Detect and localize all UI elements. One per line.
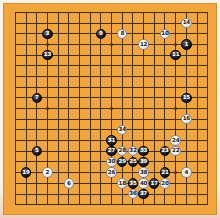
board-point[interactable] [138, 7, 149, 18]
board-point[interactable] [21, 146, 32, 157]
board-point[interactable] [106, 93, 117, 104]
board-point[interactable] [106, 7, 117, 18]
board-point[interactable] [170, 60, 181, 71]
board-point[interactable] [96, 114, 107, 125]
board-point[interactable] [74, 157, 85, 168]
board-point[interactable] [117, 82, 128, 93]
board-point[interactable] [202, 28, 213, 39]
board-point[interactable] [96, 103, 107, 114]
board-point[interactable] [96, 71, 107, 82]
board-point[interactable] [202, 199, 213, 210]
board-point[interactable] [21, 189, 32, 200]
board-point[interactable] [128, 103, 139, 114]
board-point[interactable] [202, 157, 213, 168]
board-point[interactable] [160, 82, 171, 93]
board-point[interactable]: 20 [160, 178, 171, 189]
board-point[interactable] [85, 93, 96, 104]
board-point[interactable]: 29 [117, 157, 128, 168]
board-point[interactable] [149, 157, 160, 168]
board-point[interactable] [106, 50, 117, 61]
board-point[interactable]: 3 [42, 28, 53, 39]
board-point[interactable] [117, 18, 128, 29]
board-point[interactable]: 33 [138, 146, 149, 157]
board-point[interactable] [170, 7, 181, 18]
board-point[interactable] [74, 71, 85, 82]
board-point[interactable] [85, 167, 96, 178]
board-point[interactable] [21, 178, 32, 189]
board-point[interactable] [192, 199, 203, 210]
board-point[interactable] [53, 146, 64, 157]
board-point[interactable] [181, 82, 192, 93]
board-point[interactable] [63, 146, 74, 157]
board-point[interactable] [192, 7, 203, 18]
board-point[interactable] [170, 103, 181, 114]
board-point[interactable] [63, 157, 74, 168]
board-point[interactable] [42, 199, 53, 210]
board-point[interactable] [149, 39, 160, 50]
board-point[interactable]: 27 [106, 146, 117, 157]
board-point[interactable] [53, 114, 64, 125]
board-point[interactable] [53, 135, 64, 146]
board-point[interactable] [192, 189, 203, 200]
board-point[interactable]: 21 [160, 167, 171, 178]
board-point[interactable] [96, 125, 107, 136]
board-point[interactable] [149, 146, 160, 157]
board-point[interactable] [138, 103, 149, 114]
board-point[interactable] [53, 18, 64, 29]
board-point[interactable]: 14 [181, 18, 192, 29]
board-point[interactable]: 16 [181, 114, 192, 125]
board-point[interactable] [106, 189, 117, 200]
board-point[interactable] [53, 39, 64, 50]
board-point[interactable] [160, 93, 171, 104]
board-point[interactable] [117, 135, 128, 146]
board-point[interactable] [106, 18, 117, 29]
board-point[interactable] [21, 39, 32, 50]
board-point[interactable] [42, 103, 53, 114]
board-point[interactable] [74, 125, 85, 136]
board-point[interactable] [170, 39, 181, 50]
board-point[interactable] [192, 28, 203, 39]
board-point[interactable] [170, 93, 181, 104]
board-point[interactable] [149, 125, 160, 136]
board-point[interactable] [106, 103, 117, 114]
board-point[interactable] [202, 114, 213, 125]
board-point[interactable] [96, 60, 107, 71]
board-point[interactable] [96, 189, 107, 200]
board-point[interactable] [85, 114, 96, 125]
board-point[interactable] [106, 82, 117, 93]
board-point[interactable] [31, 82, 42, 93]
board-point[interactable] [85, 146, 96, 157]
board-point[interactable] [21, 18, 32, 29]
board-point[interactable] [10, 28, 21, 39]
board-point[interactable] [42, 135, 53, 146]
board-point[interactable] [85, 18, 96, 29]
board-point[interactable] [170, 71, 181, 82]
board-point[interactable] [138, 28, 149, 39]
board-point[interactable] [181, 7, 192, 18]
board-point[interactable] [31, 7, 42, 18]
board-point[interactable] [192, 71, 203, 82]
board-point[interactable] [128, 199, 139, 210]
board-point[interactable] [63, 167, 74, 178]
board-point[interactable] [74, 7, 85, 18]
board-point[interactable] [31, 39, 42, 50]
board-point[interactable] [160, 18, 171, 29]
board-point[interactable] [106, 60, 117, 71]
board-point[interactable] [117, 189, 128, 200]
board-point[interactable]: 19 [21, 167, 32, 178]
board-point[interactable]: 31 [106, 135, 117, 146]
board-point[interactable] [192, 50, 203, 61]
board-point[interactable] [106, 125, 117, 136]
board-point[interactable] [63, 82, 74, 93]
board-point[interactable] [128, 93, 139, 104]
board-point[interactable] [74, 82, 85, 93]
board-point[interactable] [181, 71, 192, 82]
board-point[interactable] [128, 39, 139, 50]
board-point[interactable] [160, 114, 171, 125]
board-point[interactable] [53, 71, 64, 82]
board-point[interactable] [96, 178, 107, 189]
board-point[interactable] [149, 60, 160, 71]
board-point[interactable] [181, 125, 192, 136]
board-point[interactable] [128, 71, 139, 82]
board-point[interactable]: 5 [31, 146, 42, 157]
board-point[interactable] [96, 50, 107, 61]
board-point[interactable] [117, 60, 128, 71]
board-point[interactable] [42, 157, 53, 168]
board-point[interactable] [10, 93, 21, 104]
board-point[interactable] [21, 199, 32, 210]
board-point[interactable] [181, 178, 192, 189]
board-point[interactable] [192, 93, 203, 104]
board-point[interactable] [85, 178, 96, 189]
board-point[interactable] [63, 71, 74, 82]
board-point[interactable] [170, 28, 181, 39]
board-point[interactable]: 9 [96, 28, 107, 39]
board-point[interactable] [53, 167, 64, 178]
board-point[interactable] [149, 135, 160, 146]
board-point[interactable] [74, 60, 85, 71]
board-point[interactable] [21, 60, 32, 71]
board-point[interactable] [170, 189, 181, 200]
board-point[interactable] [192, 157, 203, 168]
board-point[interactable] [10, 18, 21, 29]
board-point[interactable] [128, 28, 139, 39]
board-point[interactable] [63, 103, 74, 114]
board-point[interactable] [128, 125, 139, 136]
board-point[interactable] [202, 178, 213, 189]
board-point[interactable] [10, 146, 21, 157]
board-point[interactable] [10, 189, 21, 200]
board-point[interactable]: 13 [42, 50, 53, 61]
board-point[interactable] [202, 39, 213, 50]
board-point[interactable] [96, 39, 107, 50]
board-point[interactable] [181, 189, 192, 200]
board-point[interactable] [10, 125, 21, 136]
board-point[interactable] [181, 135, 192, 146]
board-point[interactable]: 17 [149, 178, 160, 189]
board-point[interactable] [63, 125, 74, 136]
board-point[interactable] [160, 135, 171, 146]
board-point[interactable] [42, 82, 53, 93]
board-point[interactable]: 38 [138, 167, 149, 178]
board-point[interactable] [74, 189, 85, 200]
board-point[interactable]: 28 [117, 146, 128, 157]
board-point[interactable] [74, 18, 85, 29]
board-point[interactable] [74, 50, 85, 61]
board-point[interactable] [160, 7, 171, 18]
board-point[interactable] [53, 50, 64, 61]
board-point[interactable] [192, 103, 203, 114]
board-point[interactable]: 18 [117, 178, 128, 189]
board-point[interactable] [128, 135, 139, 146]
board-point[interactable] [63, 135, 74, 146]
board-point[interactable] [128, 18, 139, 29]
board-point[interactable] [202, 146, 213, 157]
board-point[interactable] [160, 125, 171, 136]
board-point[interactable] [181, 199, 192, 210]
board-point[interactable] [149, 71, 160, 82]
board-point[interactable] [31, 135, 42, 146]
board-point[interactable] [106, 71, 117, 82]
board-point[interactable] [31, 50, 42, 61]
board-point[interactable] [21, 125, 32, 136]
board-point[interactable] [96, 199, 107, 210]
board-point[interactable]: 26 [106, 167, 117, 178]
board-point[interactable] [192, 178, 203, 189]
board-point[interactable] [85, 135, 96, 146]
board-point[interactable] [53, 157, 64, 168]
board-point[interactable] [202, 103, 213, 114]
board-point[interactable] [31, 199, 42, 210]
board-point[interactable] [74, 135, 85, 146]
board-point[interactable]: 40 [138, 178, 149, 189]
board-point[interactable] [160, 103, 171, 114]
board-point[interactable] [170, 114, 181, 125]
board-point[interactable] [160, 39, 171, 50]
board-point[interactable] [53, 7, 64, 18]
board-point[interactable] [128, 7, 139, 18]
board-point[interactable] [42, 114, 53, 125]
board-point[interactable] [31, 114, 42, 125]
board-point[interactable] [117, 199, 128, 210]
board-point[interactable] [192, 18, 203, 29]
board-point[interactable] [117, 167, 128, 178]
board-point[interactable] [106, 114, 117, 125]
board-point[interactable] [31, 167, 42, 178]
board-point[interactable] [149, 18, 160, 29]
board-point[interactable] [181, 103, 192, 114]
board-point[interactable] [117, 7, 128, 18]
board-point[interactable] [96, 7, 107, 18]
board-point[interactable] [117, 93, 128, 104]
board-point[interactable] [42, 18, 53, 29]
board-point[interactable] [10, 60, 21, 71]
board-point[interactable] [117, 103, 128, 114]
board-point[interactable]: 25 [128, 157, 139, 168]
board-point[interactable] [10, 39, 21, 50]
board-point[interactable] [138, 18, 149, 29]
board-point[interactable] [160, 60, 171, 71]
board-point[interactable] [42, 60, 53, 71]
board-point[interactable] [149, 93, 160, 104]
board-point[interactable] [63, 50, 74, 61]
board-point[interactable] [63, 18, 74, 29]
board-point[interactable] [42, 39, 53, 50]
board-point[interactable] [74, 146, 85, 157]
board-point[interactable] [202, 18, 213, 29]
board-point[interactable] [85, 199, 96, 210]
board-point[interactable] [74, 103, 85, 114]
board-point[interactable]: 1 [181, 39, 192, 50]
board-point[interactable] [53, 103, 64, 114]
board-point[interactable] [21, 93, 32, 104]
board-point[interactable] [85, 82, 96, 93]
board-point[interactable] [170, 178, 181, 189]
board-point[interactable]: 7 [31, 93, 42, 104]
board-point[interactable] [170, 199, 181, 210]
board-point[interactable] [85, 7, 96, 18]
board-point[interactable] [10, 114, 21, 125]
board-point[interactable] [202, 60, 213, 71]
board-point[interactable] [21, 7, 32, 18]
board-point[interactable] [42, 178, 53, 189]
board-point[interactable] [96, 167, 107, 178]
board-point[interactable] [10, 135, 21, 146]
board-point[interactable] [10, 157, 21, 168]
board-point[interactable] [42, 125, 53, 136]
board-point[interactable] [42, 146, 53, 157]
board-point[interactable] [202, 82, 213, 93]
board-point[interactable]: 37 [138, 189, 149, 200]
board-point[interactable] [63, 189, 74, 200]
board-point[interactable] [202, 93, 213, 104]
board-point[interactable]: 22 [170, 146, 181, 157]
board-point[interactable] [160, 199, 171, 210]
board-point[interactable] [53, 125, 64, 136]
board-point[interactable] [42, 7, 53, 18]
board-point[interactable]: 36 [128, 189, 139, 200]
board-point[interactable] [10, 103, 21, 114]
board-point[interactable] [202, 189, 213, 200]
board-point[interactable] [202, 125, 213, 136]
board-point[interactable] [85, 28, 96, 39]
board-point[interactable] [170, 18, 181, 29]
board-point[interactable] [85, 60, 96, 71]
board-point[interactable] [85, 71, 96, 82]
board-point[interactable] [181, 28, 192, 39]
board-point[interactable] [21, 157, 32, 168]
board-point[interactable] [160, 50, 171, 61]
board-point[interactable] [42, 71, 53, 82]
board-point[interactable] [21, 71, 32, 82]
board-point[interactable] [31, 18, 42, 29]
board-point[interactable] [192, 114, 203, 125]
board-point[interactable] [10, 199, 21, 210]
board-point[interactable] [128, 82, 139, 93]
board-point[interactable] [202, 71, 213, 82]
board-point[interactable] [160, 189, 171, 200]
board-point[interactable] [106, 39, 117, 50]
board-point[interactable] [149, 189, 160, 200]
board-point[interactable] [192, 60, 203, 71]
board-point[interactable]: 39 [138, 157, 149, 168]
board-point[interactable] [96, 82, 107, 93]
board-point[interactable] [21, 28, 32, 39]
board-point[interactable] [21, 135, 32, 146]
board-point[interactable] [74, 114, 85, 125]
board-point[interactable]: 10 [160, 28, 171, 39]
board-point[interactable] [63, 39, 74, 50]
board-point[interactable] [96, 157, 107, 168]
board-point[interactable] [117, 39, 128, 50]
board-point[interactable] [53, 93, 64, 104]
board-point[interactable] [170, 157, 181, 168]
board-point[interactable] [63, 93, 74, 104]
board-point[interactable] [138, 50, 149, 61]
board-point[interactable]: 11 [170, 50, 181, 61]
board-point[interactable] [138, 199, 149, 210]
board-point[interactable] [53, 60, 64, 71]
board-point[interactable] [181, 50, 192, 61]
board-point[interactable] [21, 103, 32, 114]
board-point[interactable] [202, 50, 213, 61]
board-point[interactable] [53, 28, 64, 39]
board-point[interactable] [42, 189, 53, 200]
board-point[interactable] [31, 60, 42, 71]
board-point[interactable] [10, 178, 21, 189]
board-point[interactable]: 12 [138, 39, 149, 50]
board-point[interactable] [31, 125, 42, 136]
board-point[interactable] [138, 71, 149, 82]
board-point[interactable] [63, 60, 74, 71]
board-point[interactable] [10, 167, 21, 178]
board-point[interactable] [117, 71, 128, 82]
board-point[interactable] [192, 82, 203, 93]
board-point[interactable] [74, 199, 85, 210]
board-point[interactable] [21, 50, 32, 61]
board-point[interactable] [128, 167, 139, 178]
board-point[interactable] [149, 199, 160, 210]
board-point[interactable] [192, 135, 203, 146]
board-point[interactable] [10, 7, 21, 18]
board-point[interactable] [106, 178, 117, 189]
board-point[interactable] [96, 93, 107, 104]
board-point[interactable] [53, 189, 64, 200]
board-point[interactable] [170, 125, 181, 136]
board-point[interactable] [138, 60, 149, 71]
board-point[interactable] [74, 39, 85, 50]
board-point[interactable] [138, 125, 149, 136]
board-point[interactable] [192, 146, 203, 157]
board-point[interactable]: 23 [160, 146, 171, 157]
board-point[interactable]: 6 [63, 178, 74, 189]
board-point[interactable] [53, 199, 64, 210]
board-point[interactable] [74, 93, 85, 104]
board-point[interactable] [192, 125, 203, 136]
board-point[interactable] [85, 125, 96, 136]
board-point[interactable] [149, 114, 160, 125]
board-point[interactable] [117, 114, 128, 125]
board-point[interactable] [10, 50, 21, 61]
board-point[interactable] [85, 157, 96, 168]
board-point[interactable] [63, 28, 74, 39]
board-point[interactable] [10, 71, 21, 82]
board-point[interactable]: 8 [117, 28, 128, 39]
